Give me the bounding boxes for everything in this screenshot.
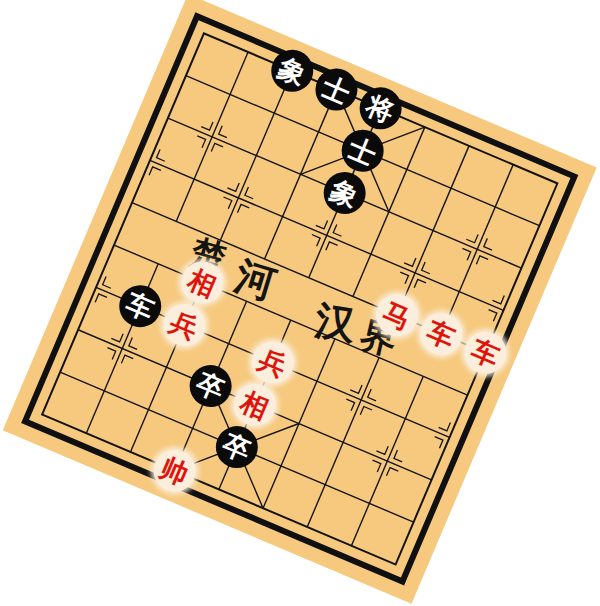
scene: 楚河汉界象士将士象马车车相车兵兵卒相卒帅 <box>0 0 600 606</box>
river-label-2: 汉 <box>311 292 359 353</box>
board-paper: 楚河汉界象士将士象马车车相车兵兵卒相卒帅 <box>3 0 597 604</box>
